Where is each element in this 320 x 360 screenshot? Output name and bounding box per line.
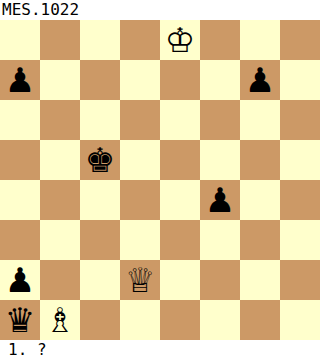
square-e6[interactable] <box>160 100 200 140</box>
square-c5[interactable]: ♚ <box>80 140 120 180</box>
square-g2[interactable] <box>240 260 280 300</box>
black-pawn: ♟ <box>245 60 275 100</box>
square-d8[interactable] <box>120 20 160 60</box>
square-e3[interactable] <box>160 220 200 260</box>
square-c3[interactable] <box>80 220 120 260</box>
white-queen: ♕ <box>125 260 155 300</box>
square-f6[interactable] <box>200 100 240 140</box>
white-bishop: ♗ <box>45 300 75 340</box>
square-b8[interactable] <box>40 20 80 60</box>
square-b7[interactable] <box>40 60 80 100</box>
square-d6[interactable] <box>120 100 160 140</box>
square-g7[interactable]: ♟ <box>240 60 280 100</box>
square-f4[interactable]: ♟ <box>200 180 240 220</box>
square-b2[interactable] <box>40 260 80 300</box>
square-d7[interactable] <box>120 60 160 100</box>
square-e4[interactable] <box>160 180 200 220</box>
square-a4[interactable] <box>0 180 40 220</box>
black-king: ♚ <box>85 140 115 180</box>
square-a7[interactable]: ♟ <box>0 60 40 100</box>
square-f8[interactable] <box>200 20 240 60</box>
square-g4[interactable] <box>240 180 280 220</box>
square-c6[interactable] <box>80 100 120 140</box>
black-queen: ♛ <box>5 300 35 340</box>
black-pawn: ♟ <box>5 60 35 100</box>
square-a5[interactable] <box>0 140 40 180</box>
black-pawn: ♟ <box>5 260 35 300</box>
square-c4[interactable] <box>80 180 120 220</box>
square-b4[interactable] <box>40 180 80 220</box>
white-king: ♔ <box>165 20 195 60</box>
square-h1[interactable] <box>280 300 320 340</box>
square-c2[interactable] <box>80 260 120 300</box>
puzzle-id-title: MES.1022 <box>0 0 320 20</box>
square-f2[interactable] <box>200 260 240 300</box>
square-b1[interactable]: ♗ <box>40 300 80 340</box>
chess-puzzle-diagram: MES.1022 ♔♟♟♚♟♟♕♛♗ 1. ? <box>0 0 320 360</box>
square-a1[interactable]: ♛ <box>0 300 40 340</box>
square-g1[interactable] <box>240 300 280 340</box>
square-e8[interactable]: ♔ <box>160 20 200 60</box>
square-h4[interactable] <box>280 180 320 220</box>
square-e7[interactable] <box>160 60 200 100</box>
square-h6[interactable] <box>280 100 320 140</box>
square-c7[interactable] <box>80 60 120 100</box>
square-h5[interactable] <box>280 140 320 180</box>
square-f1[interactable] <box>200 300 240 340</box>
square-f3[interactable] <box>200 220 240 260</box>
square-a6[interactable] <box>0 100 40 140</box>
square-a3[interactable] <box>0 220 40 260</box>
square-h8[interactable] <box>280 20 320 60</box>
square-f7[interactable] <box>200 60 240 100</box>
square-g3[interactable] <box>240 220 280 260</box>
square-e5[interactable] <box>160 140 200 180</box>
chess-board: ♔♟♟♚♟♟♕♛♗ <box>0 20 320 340</box>
square-d1[interactable] <box>120 300 160 340</box>
square-c8[interactable] <box>80 20 120 60</box>
square-f5[interactable] <box>200 140 240 180</box>
square-g6[interactable] <box>240 100 280 140</box>
square-a8[interactable] <box>0 20 40 60</box>
square-h3[interactable] <box>280 220 320 260</box>
square-b3[interactable] <box>40 220 80 260</box>
square-d4[interactable] <box>120 180 160 220</box>
square-e2[interactable] <box>160 260 200 300</box>
square-c1[interactable] <box>80 300 120 340</box>
square-e1[interactable] <box>160 300 200 340</box>
square-d2[interactable]: ♕ <box>120 260 160 300</box>
square-d3[interactable] <box>120 220 160 260</box>
square-g8[interactable] <box>240 20 280 60</box>
move-prompt: 1. ? <box>0 340 320 360</box>
square-g5[interactable] <box>240 140 280 180</box>
square-h2[interactable] <box>280 260 320 300</box>
square-b5[interactable] <box>40 140 80 180</box>
square-b6[interactable] <box>40 100 80 140</box>
square-h7[interactable] <box>280 60 320 100</box>
square-a2[interactable]: ♟ <box>0 260 40 300</box>
black-pawn: ♟ <box>205 180 235 220</box>
square-d5[interactable] <box>120 140 160 180</box>
